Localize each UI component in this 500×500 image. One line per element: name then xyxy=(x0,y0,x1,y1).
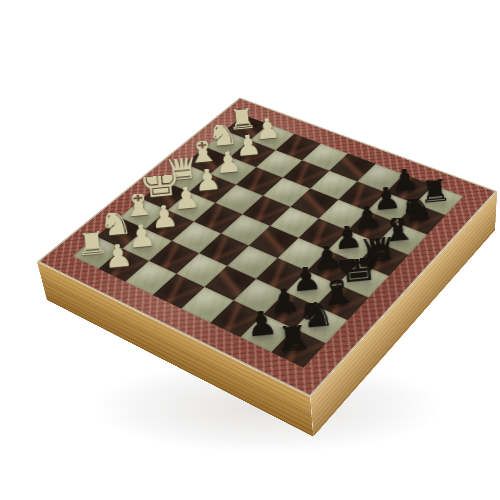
black-rook-icon: ♜︎ xyxy=(272,313,313,358)
white-pawn-icon: ♟︎ xyxy=(103,239,134,273)
chess-box: ♜︎♟︎♟︎♜︎♞︎♟︎♟︎♞︎♝︎♟︎♟︎♝︎♛︎♟︎♟︎♛︎♚︎♟︎♟︎♚︎… xyxy=(37,98,497,398)
product-photo: ♜︎♟︎♟︎♜︎♞︎♟︎♟︎♞︎♝︎♟︎♟︎♝︎♛︎♟︎♟︎♛︎♚︎♟︎♟︎♚︎… xyxy=(0,0,500,500)
